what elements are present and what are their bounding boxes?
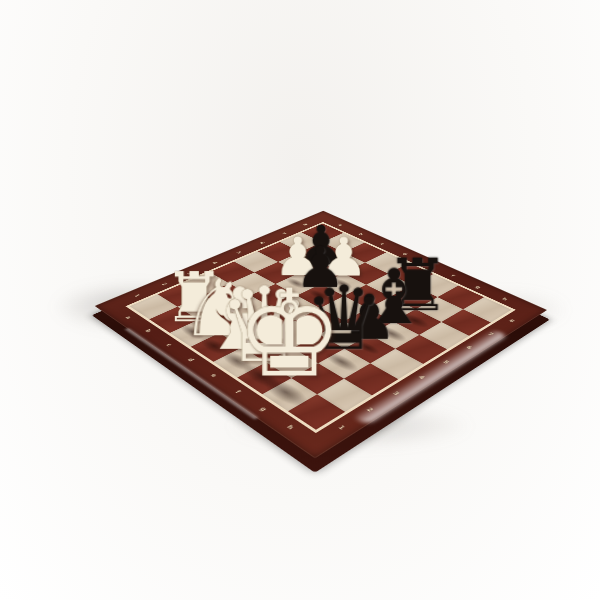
white-king-glyph: ♚: [236, 274, 344, 394]
chess-set-photo: aabbccddeeffgghh8877665544332211 ♟♟♟♟♜♜♝…: [0, 0, 600, 600]
chess-board: aabbccddeeffgghh8877665544332211 ♟♟♟♟♜♜♝…: [95, 211, 547, 459]
